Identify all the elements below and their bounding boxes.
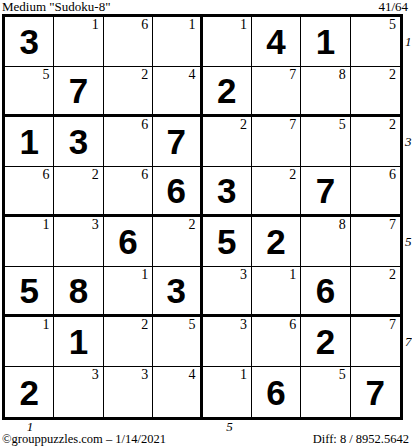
cell-r8c8: 7: [351, 367, 400, 417]
corner-mark: 8: [339, 67, 346, 82]
corner-mark: 7: [389, 217, 396, 232]
given-digit: 3: [217, 173, 236, 208]
corner-mark: 6: [141, 17, 148, 32]
given-digit: 3: [69, 124, 88, 159]
cell-r1c5[interactable]: 1: [203, 17, 252, 67]
cell-r3c6[interactable]: 7: [252, 117, 301, 167]
given-digit: 3: [19, 24, 38, 59]
cell-r6c3[interactable]: 1: [104, 267, 153, 317]
cell-r6c7: 6: [301, 267, 350, 317]
cell-r3c5[interactable]: 2: [203, 117, 252, 167]
corner-mark: 2: [389, 67, 396, 82]
corner-mark: 1: [42, 317, 49, 332]
cell-r7c8[interactable]: 7: [351, 317, 400, 367]
corner-mark: 1: [42, 217, 49, 232]
corner-mark: 6: [389, 167, 396, 182]
cell-r2c7[interactable]: 8: [301, 67, 350, 117]
cell-r2c4[interactable]: 4: [153, 67, 202, 117]
cell-r4c3[interactable]: 6: [104, 167, 153, 217]
cell-r7c5[interactable]: 3: [203, 317, 252, 367]
corner-mark: 3: [240, 317, 247, 332]
given-digit: 1: [19, 124, 38, 159]
given-digit: 6: [118, 224, 137, 259]
corner-mark: 1: [240, 17, 247, 32]
cell-r7c2: 1: [54, 317, 103, 367]
given-digit: 6: [266, 375, 285, 410]
cell-r8c3[interactable]: 3: [104, 367, 153, 417]
cell-r4c8[interactable]: 6: [351, 167, 400, 217]
corner-mark: 5: [339, 367, 346, 382]
cell-r5c6: 2: [252, 217, 301, 267]
cell-r2c2: 7: [54, 67, 103, 117]
cell-r6c2: 8: [54, 267, 103, 317]
corner-mark: 5: [339, 117, 346, 132]
given-digit: 8: [69, 273, 88, 308]
cell-r8c1: 2: [5, 367, 54, 417]
cell-r1c4[interactable]: 1: [153, 17, 202, 67]
given-digit: 7: [167, 124, 186, 159]
cell-r5c1[interactable]: 1: [5, 217, 54, 267]
cell-r8c7[interactable]: 5: [301, 367, 350, 417]
corner-mark: 6: [141, 167, 148, 182]
cell-r6c5[interactable]: 3: [203, 267, 252, 317]
row-label-1: 1: [405, 35, 412, 49]
given-digit: 2: [266, 224, 285, 259]
cell-r3c7[interactable]: 5: [301, 117, 350, 167]
corner-mark: 6: [42, 167, 49, 182]
cell-r4c1[interactable]: 6: [5, 167, 54, 217]
cell-r2c5: 2: [203, 67, 252, 117]
cell-r6c6[interactable]: 1: [252, 267, 301, 317]
cell-r8c2[interactable]: 3: [54, 367, 103, 417]
given-digit: 6: [316, 273, 335, 308]
row-label-3: 3: [405, 135, 412, 149]
copyright-text: ©grouppuzzles.com – 1/14/2021: [2, 432, 166, 447]
cell-r2c3[interactable]: 2: [104, 67, 153, 117]
cell-r4c2[interactable]: 2: [54, 167, 103, 217]
cell-r8c4[interactable]: 4: [153, 367, 202, 417]
cell-r5c2[interactable]: 3: [54, 217, 103, 267]
cell-r2c8[interactable]: 2: [351, 67, 400, 117]
corner-mark: 1: [240, 367, 247, 382]
given-digit: 6: [167, 173, 186, 208]
cell-r8c5[interactable]: 1: [203, 367, 252, 417]
cell-r7c4[interactable]: 5: [153, 317, 202, 367]
cell-r1c3[interactable]: 6: [104, 17, 153, 67]
corner-mark: 2: [289, 167, 296, 182]
cell-r6c4: 3: [153, 267, 202, 317]
given-digit: 5: [19, 273, 38, 308]
corner-mark: 3: [141, 367, 148, 382]
given-digit: 3: [167, 273, 186, 308]
cell-r3c3[interactable]: 6: [104, 117, 153, 167]
cell-r3c2: 3: [54, 117, 103, 167]
puzzle-title: Medium "Sudoku-8": [2, 0, 110, 15]
corner-mark: 2: [141, 67, 148, 82]
given-digit: 7: [316, 173, 335, 208]
cell-r4c6[interactable]: 2: [252, 167, 301, 217]
row-label-5: 5: [405, 235, 412, 249]
corner-mark: 1: [141, 267, 148, 282]
cell-r7c1[interactable]: 1: [5, 317, 54, 367]
cell-r1c6: 4: [252, 17, 301, 67]
given-digit: 2: [316, 324, 335, 359]
puzzle-page: Medium "Sudoku-8" 41/64 3161141557242782…: [0, 0, 412, 447]
sudoku-board: 3161141557242782136727526266327613625287…: [2, 14, 403, 420]
corner-mark: 6: [289, 317, 296, 332]
cell-r1c1: 3: [5, 17, 54, 67]
cell-r5c5: 5: [203, 217, 252, 267]
col-label-5: 5: [223, 420, 237, 434]
corner-mark: 5: [189, 317, 196, 332]
corner-mark: 7: [289, 117, 296, 132]
corner-mark: 8: [339, 217, 346, 232]
cell-r1c2[interactable]: 1: [54, 17, 103, 67]
corner-mark: 2: [240, 117, 247, 132]
cell-r7c3[interactable]: 2: [104, 317, 153, 367]
corner-mark: 3: [92, 367, 99, 382]
cell-r7c6[interactable]: 6: [252, 317, 301, 367]
cell-r5c7[interactable]: 8: [301, 217, 350, 267]
corner-mark: 2: [92, 167, 99, 182]
difficulty-text: Diff: 8 / 8952.5642: [313, 432, 409, 447]
cell-r4c7: 7: [301, 167, 350, 217]
corner-mark: 4: [189, 367, 196, 382]
given-digit: 4: [266, 24, 285, 59]
cell-r5c3: 6: [104, 217, 153, 267]
corner-mark: 3: [92, 217, 99, 232]
cell-r1c7: 1: [301, 17, 350, 67]
corner-mark: 2: [141, 317, 148, 332]
cell-r6c8[interactable]: 2: [351, 267, 400, 317]
cell-r5c8[interactable]: 7: [351, 217, 400, 267]
corner-mark: 1: [189, 17, 196, 32]
cell-r4c5: 3: [203, 167, 252, 217]
given-digit: 2: [19, 375, 38, 410]
corner-mark: 7: [389, 317, 396, 332]
given-digit: 5: [217, 224, 236, 259]
corner-mark: 7: [289, 67, 296, 82]
corner-mark: 3: [240, 267, 247, 282]
corner-mark: 1: [289, 267, 296, 282]
cell-r4c4: 6: [153, 167, 202, 217]
given-digit: 2: [217, 73, 236, 108]
given-digit: 1: [316, 24, 335, 59]
corner-mark: 2: [389, 117, 396, 132]
corner-mark: 6: [141, 117, 148, 132]
cell-r7c7: 2: [301, 317, 350, 367]
corner-mark: 1: [92, 17, 99, 32]
cell-r2c1[interactable]: 5: [5, 67, 54, 117]
corner-mark: 2: [189, 217, 196, 232]
corner-mark: 2: [389, 267, 396, 282]
corner-mark: 5: [389, 17, 396, 32]
cell-r3c4: 7: [153, 117, 202, 167]
cell-r2c6[interactable]: 7: [252, 67, 301, 117]
cells-remaining-counter: 41/64: [378, 0, 408, 15]
corner-mark: 4: [189, 67, 196, 82]
row-label-7: 7: [405, 335, 412, 349]
corner-mark: 5: [42, 67, 49, 82]
cell-r5c4[interactable]: 2: [153, 217, 202, 267]
given-digit: 7: [366, 375, 385, 410]
given-digit: 7: [69, 73, 88, 108]
given-digit: 1: [69, 324, 88, 359]
cell-r3c1: 1: [5, 117, 54, 167]
cell-r6c1: 5: [5, 267, 54, 317]
cell-r3c8[interactable]: 2: [351, 117, 400, 167]
cell-r8c6: 6: [252, 367, 301, 417]
cell-r1c8[interactable]: 5: [351, 17, 400, 67]
